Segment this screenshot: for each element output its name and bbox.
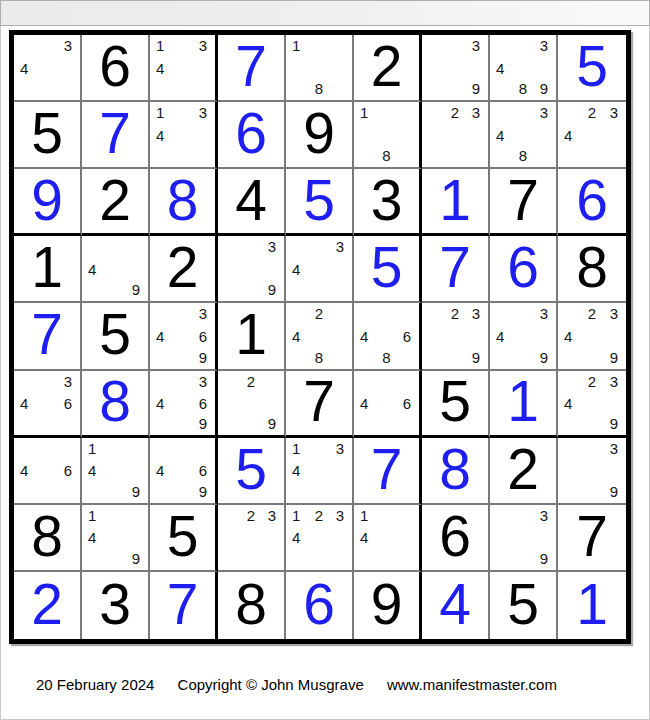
cell-r2c3[interactable]: 134 (150, 102, 218, 169)
candidate-digit: 4 (156, 60, 164, 75)
cell-r7c4[interactable]: 5 (218, 438, 286, 505)
candidate-digit: 4 (360, 530, 368, 545)
cell-r2c2[interactable]: 7 (82, 102, 150, 169)
candidate-digit: 9 (540, 350, 548, 365)
candidate-digit: 9 (610, 484, 618, 499)
cell-r8c1[interactable]: 8 (14, 505, 82, 572)
candidate-digit: 3 (64, 374, 72, 389)
cell-r3c6[interactable]: 3 (354, 169, 422, 236)
cell-r3c3[interactable]: 8 (150, 169, 218, 236)
candidate-digit: 9 (472, 81, 480, 96)
cell-r4c1[interactable]: 1 (14, 236, 82, 303)
cell-r7c5[interactable]: 134 (286, 438, 354, 505)
solved-digit: 6 (235, 105, 267, 162)
solved-digit: 5 (576, 38, 608, 95)
cell-r5c3[interactable]: 3469 (150, 303, 218, 370)
cell-r8c6[interactable]: 14 (354, 505, 422, 572)
pencil-marks: 348 (490, 102, 556, 167)
pencil-marks: 468 (354, 303, 419, 368)
given-digit: 8 (576, 239, 608, 296)
candidate-digit: 3 (610, 105, 618, 120)
cell-r9c8[interactable]: 5 (490, 572, 558, 639)
candidate-digit: 4 (88, 530, 96, 545)
cell-r9c9[interactable]: 1 (558, 572, 626, 639)
given-digit: 5 (31, 105, 63, 162)
pencil-marks: 149 (82, 438, 148, 503)
cell-r8c3[interactable]: 5 (150, 505, 218, 572)
candidate-digit: 9 (610, 350, 618, 365)
cell-r7c3[interactable]: 469 (150, 438, 218, 505)
candidate-digit: 6 (403, 395, 411, 410)
candidate-digit: 3 (199, 38, 207, 53)
candidate-digit: 8 (315, 81, 323, 96)
cell-r9c4[interactable]: 8 (218, 572, 286, 639)
pencil-marks: 134 (150, 102, 215, 167)
cell-r6c6[interactable]: 46 (354, 371, 422, 438)
cell-r3c8[interactable]: 7 (490, 169, 558, 236)
candidate-digit: 9 (268, 282, 276, 297)
given-digit: 2 (167, 239, 199, 296)
candidate-digit: 9 (199, 350, 207, 365)
candidate-digit: 6 (199, 463, 207, 478)
candidate-digit: 3 (199, 306, 207, 321)
cell-r5c5[interactable]: 248 (286, 303, 354, 370)
pencil-marks: 2349 (558, 371, 626, 435)
candidate-digit: 2 (451, 105, 459, 120)
pencil-marks: 14 (354, 505, 419, 570)
cell-r1c7[interactable]: 39 (422, 35, 490, 102)
candidate-digit: 4 (20, 395, 28, 410)
pencil-marks: 49 (82, 236, 148, 301)
pencil-marks: 34 (14, 35, 80, 100)
given-digit: 6 (439, 508, 471, 565)
candidate-digit: 3 (199, 105, 207, 120)
given-digit: 2 (371, 38, 403, 95)
solved-digit: 7 (99, 105, 131, 162)
pencil-marks: 23 (422, 102, 488, 167)
given-digit: 8 (235, 576, 267, 633)
solved-digit: 7 (167, 576, 199, 633)
candidate-digit: 4 (20, 60, 28, 75)
cell-r2c6[interactable]: 18 (354, 102, 422, 169)
solved-digit: 7 (371, 441, 403, 498)
cell-r7c2[interactable]: 149 (82, 438, 150, 505)
solved-digit: 2 (31, 576, 63, 633)
candidate-digit: 4 (564, 328, 572, 343)
cell-r6c8[interactable]: 1 (490, 371, 558, 438)
candidate-digit: 4 (156, 463, 164, 478)
cell-r6c5[interactable]: 7 (286, 371, 354, 438)
pencil-marks: 134 (150, 35, 215, 100)
solved-digit: 8 (167, 172, 199, 229)
candidate-digit: 9 (132, 282, 140, 297)
candidate-digit: 4 (496, 127, 504, 142)
cell-r3c2[interactable]: 2 (82, 169, 150, 236)
pencil-marks: 349 (490, 303, 556, 368)
candidate-digit: 9 (132, 551, 140, 566)
solved-digit: 9 (31, 172, 63, 229)
candidate-digit: 1 (292, 508, 300, 523)
given-digit: 4 (235, 172, 267, 229)
cell-r2c1[interactable]: 5 (14, 102, 82, 169)
candidate-digit: 8 (382, 148, 390, 163)
pencil-marks: 46 (14, 438, 80, 503)
cell-r5c8[interactable]: 349 (490, 303, 558, 370)
pencil-marks: 34 (286, 236, 352, 301)
candidate-digit: 1 (292, 441, 300, 456)
candidate-digit: 2 (588, 374, 596, 389)
cell-r8c7[interactable]: 6 (422, 505, 490, 572)
candidate-digit: 8 (519, 148, 527, 163)
candidate-digit: 4 (156, 127, 164, 142)
cell-r1c8[interactable]: 3489 (490, 35, 558, 102)
cell-r5c9[interactable]: 2349 (558, 303, 626, 370)
cell-r3c7[interactable]: 1 (422, 169, 490, 236)
candidate-digit: 9 (132, 484, 140, 499)
candidate-digit: 2 (315, 508, 323, 523)
pencil-marks: 3489 (490, 35, 556, 100)
cell-r4c4[interactable]: 39 (218, 236, 286, 303)
candidate-digit: 4 (292, 328, 300, 343)
solved-digit: 8 (439, 441, 471, 498)
pencil-marks: 18 (354, 102, 419, 167)
pencil-marks: 29 (218, 371, 284, 435)
cell-r8c5[interactable]: 1234 (286, 505, 354, 572)
candidate-digit: 3 (268, 508, 276, 523)
cell-r8c2[interactable]: 149 (82, 505, 150, 572)
candidate-digit: 4 (564, 127, 572, 142)
solved-digit: 8 (99, 373, 131, 430)
cell-r5c7[interactable]: 239 (422, 303, 490, 370)
cell-r6c2[interactable]: 8 (82, 371, 150, 438)
cell-r3c4[interactable]: 4 (218, 169, 286, 236)
footer: 20 February 2024 Copyright © John Musgra… (36, 676, 557, 693)
pencil-marks: 18 (286, 35, 352, 100)
candidate-digit: 6 (64, 463, 72, 478)
candidate-digit: 4 (496, 328, 504, 343)
cell-r1c3[interactable]: 134 (150, 35, 218, 102)
pencil-marks: 1234 (286, 505, 352, 570)
candidate-digit: 3 (540, 508, 548, 523)
cell-r8c4[interactable]: 23 (218, 505, 286, 572)
candidate-digit: 3 (610, 306, 618, 321)
candidate-digit: 4 (360, 328, 368, 343)
cell-r4c8[interactable]: 6 (490, 236, 558, 303)
cell-r3c9[interactable]: 6 (558, 169, 626, 236)
footer-date: 20 February 2024 (36, 676, 154, 693)
candidate-digit: 3 (540, 38, 548, 53)
pencil-marks: 23 (218, 505, 284, 570)
cell-r7c9[interactable]: 39 (558, 438, 626, 505)
cell-r6c1[interactable]: 346 (14, 371, 82, 438)
candidate-digit: 3 (336, 441, 344, 456)
candidate-digit: 1 (88, 441, 96, 456)
solved-digit: 1 (439, 172, 471, 229)
candidate-digit: 2 (451, 306, 459, 321)
cell-r6c4[interactable]: 29 (218, 371, 286, 438)
candidate-digit: 8 (315, 350, 323, 365)
pencil-marks: 149 (82, 505, 148, 570)
cell-r5c4[interactable]: 1 (218, 303, 286, 370)
given-digit: 7 (303, 373, 335, 430)
given-digit: 1 (235, 306, 267, 363)
candidate-digit: 3 (472, 105, 480, 120)
candidate-digit: 9 (540, 81, 548, 96)
solved-digit: 6 (507, 239, 539, 296)
candidate-digit: 4 (292, 463, 300, 478)
solved-digit: 5 (235, 441, 267, 498)
cell-r1c9[interactable]: 5 (558, 35, 626, 102)
given-digit: 5 (167, 508, 199, 565)
cell-r2c5[interactable]: 9 (286, 102, 354, 169)
cell-r8c8[interactable]: 39 (490, 505, 558, 572)
candidate-digit: 3 (64, 38, 72, 53)
cell-r7c1[interactable]: 46 (14, 438, 82, 505)
pencil-marks: 3469 (150, 371, 215, 435)
cell-r7c7[interactable]: 8 (422, 438, 490, 505)
candidate-digit: 4 (292, 261, 300, 276)
candidate-digit: 9 (268, 416, 276, 431)
page: 3461347182393489557134691823348234928453… (0, 0, 650, 720)
cell-r9c7[interactable]: 4 (422, 572, 490, 639)
pencil-marks: 234 (558, 102, 626, 167)
cell-r1c1[interactable]: 34 (14, 35, 82, 102)
cell-r6c7[interactable]: 5 (422, 371, 490, 438)
pencil-marks: 46 (354, 371, 419, 435)
cell-r1c6[interactable]: 2 (354, 35, 422, 102)
solved-digit: 7 (439, 239, 471, 296)
candidate-digit: 3 (336, 239, 344, 254)
pencil-marks: 469 (150, 438, 215, 503)
solved-digit: 6 (576, 172, 608, 229)
cell-r2c9[interactable]: 234 (558, 102, 626, 169)
cell-r5c6[interactable]: 468 (354, 303, 422, 370)
candidate-digit: 4 (156, 328, 164, 343)
sudoku-board: 3461347182393489557134691823348234928453… (9, 30, 631, 644)
solved-digit: 4 (439, 576, 471, 633)
candidate-digit: 3 (610, 441, 618, 456)
solved-digit: 7 (235, 38, 267, 95)
candidate-digit: 6 (199, 395, 207, 410)
given-digit: 1 (31, 239, 63, 296)
footer-website: www.manifestmaster.com (387, 676, 557, 693)
candidate-digit: 3 (472, 306, 480, 321)
cell-r9c6[interactable]: 9 (354, 572, 422, 639)
candidate-digit: 2 (247, 374, 255, 389)
candidate-digit: 6 (64, 395, 72, 410)
cell-r1c4[interactable]: 7 (218, 35, 286, 102)
pencil-marks: 239 (422, 303, 488, 368)
given-digit: 5 (99, 306, 131, 363)
candidate-digit: 4 (156, 395, 164, 410)
given-digit: 3 (371, 172, 403, 229)
candidate-digit: 1 (88, 508, 96, 523)
cell-r9c2[interactable]: 3 (82, 572, 150, 639)
candidate-digit: 8 (382, 350, 390, 365)
candidate-digit: 3 (540, 306, 548, 321)
candidate-digit: 3 (268, 239, 276, 254)
candidate-digit: 4 (88, 261, 96, 276)
candidate-digit: 4 (20, 463, 28, 478)
given-digit: 9 (371, 576, 403, 633)
candidate-digit: 1 (156, 105, 164, 120)
cell-r5c1[interactable]: 7 (14, 303, 82, 370)
pencil-marks: 346 (14, 371, 80, 435)
pencil-marks: 39 (218, 236, 284, 301)
cell-r7c6[interactable]: 7 (354, 438, 422, 505)
given-digit: 9 (303, 105, 335, 162)
solved-digit: 5 (371, 239, 403, 296)
candidate-digit: 1 (156, 38, 164, 53)
candidate-digit: 9 (540, 551, 548, 566)
cell-r4c5[interactable]: 34 (286, 236, 354, 303)
cell-r4c7[interactable]: 7 (422, 236, 490, 303)
candidate-digit: 2 (247, 508, 255, 523)
pencil-marks: 39 (490, 505, 556, 570)
pencil-marks: 2349 (558, 303, 626, 368)
given-digit: 2 (507, 441, 539, 498)
cell-r6c3[interactable]: 3469 (150, 371, 218, 438)
cell-r4c9[interactable]: 8 (558, 236, 626, 303)
candidate-digit: 2 (588, 105, 596, 120)
cell-r2c8[interactable]: 348 (490, 102, 558, 169)
candidate-digit: 4 (496, 60, 504, 75)
candidate-digit: 3 (472, 38, 480, 53)
candidate-digit: 1 (360, 508, 368, 523)
candidate-digit: 6 (199, 328, 207, 343)
pencil-marks: 134 (286, 438, 352, 503)
cell-r3c5[interactable]: 5 (286, 169, 354, 236)
given-digit: 5 (507, 576, 539, 633)
candidate-digit: 9 (472, 350, 480, 365)
solved-digit: 1 (576, 576, 608, 633)
pencil-marks: 39 (422, 35, 488, 100)
candidate-digit: 4 (360, 395, 368, 410)
pencil-marks: 3469 (150, 303, 215, 368)
cell-r7c8[interactable]: 2 (490, 438, 558, 505)
cell-r5c2[interactable]: 5 (82, 303, 150, 370)
given-digit: 3 (99, 576, 131, 633)
given-digit: 8 (31, 508, 63, 565)
candidate-digit: 2 (315, 306, 323, 321)
cell-r9c1[interactable]: 2 (14, 572, 82, 639)
candidate-digit: 8 (519, 81, 527, 96)
solved-digit: 7 (31, 306, 63, 363)
cell-r9c3[interactable]: 7 (150, 572, 218, 639)
footer-copyright: Copyright © John Musgrave (178, 676, 364, 693)
cell-r1c2[interactable]: 6 (82, 35, 150, 102)
cell-r2c7[interactable]: 23 (422, 102, 490, 169)
candidate-digit: 9 (199, 416, 207, 431)
solved-digit: 6 (303, 576, 335, 633)
pencil-marks: 39 (558, 438, 626, 503)
given-digit: 6 (99, 38, 131, 95)
solved-digit: 1 (507, 373, 539, 430)
candidate-digit: 4 (564, 395, 572, 410)
cell-r3c1[interactable]: 9 (14, 169, 82, 236)
candidate-digit: 3 (610, 374, 618, 389)
window-top-strip (0, 0, 650, 26)
candidate-digit: 3 (540, 105, 548, 120)
candidate-digit: 3 (336, 508, 344, 523)
candidate-digit: 9 (610, 416, 618, 431)
given-digit: 2 (99, 172, 131, 229)
candidate-digit: 1 (360, 105, 368, 120)
cell-r4c3[interactable]: 2 (150, 236, 218, 303)
cell-r1c5[interactable]: 18 (286, 35, 354, 102)
cell-r2c4[interactable]: 6 (218, 102, 286, 169)
candidate-digit: 9 (199, 484, 207, 499)
candidate-digit: 4 (88, 463, 96, 478)
given-digit: 7 (576, 508, 608, 565)
cell-r9c5[interactable]: 6 (286, 572, 354, 639)
solved-digit: 5 (303, 172, 335, 229)
candidate-digit: 3 (199, 374, 207, 389)
given-digit: 7 (507, 172, 539, 229)
given-digit: 5 (439, 373, 471, 430)
cell-r6c9[interactable]: 2349 (558, 371, 626, 438)
candidate-digit: 1 (292, 38, 300, 53)
cell-r8c9[interactable]: 7 (558, 505, 626, 572)
pencil-marks: 248 (286, 303, 352, 368)
candidate-digit: 6 (403, 328, 411, 343)
candidate-digit: 4 (292, 530, 300, 545)
cell-r4c6[interactable]: 5 (354, 236, 422, 303)
cell-r4c2[interactable]: 49 (82, 236, 150, 303)
candidate-digit: 2 (588, 306, 596, 321)
